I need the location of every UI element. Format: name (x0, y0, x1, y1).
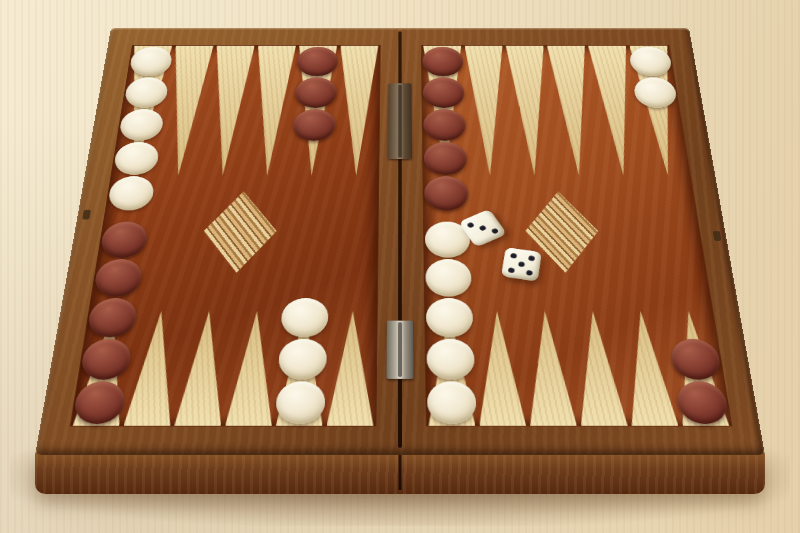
table-surface (0, 0, 800, 533)
die-pip (518, 261, 525, 267)
die-2[interactable] (501, 247, 541, 281)
die-1[interactable] (458, 209, 507, 247)
board-front-edge (35, 452, 765, 494)
die-pip (467, 222, 475, 229)
board-face (35, 28, 765, 455)
die-pip (526, 269, 533, 275)
die-pip (478, 225, 487, 232)
die-pip (508, 267, 515, 273)
die-pip (490, 227, 499, 234)
dice-layer (35, 28, 765, 455)
die-pip (528, 256, 535, 262)
die-pip (510, 253, 517, 259)
fold-seam-front (399, 452, 402, 490)
backgammon-board (35, 28, 765, 455)
